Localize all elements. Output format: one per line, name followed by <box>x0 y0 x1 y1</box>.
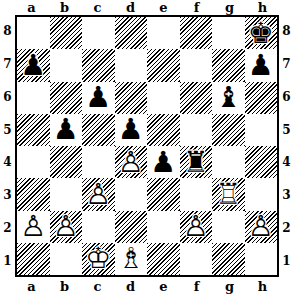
square-h1[interactable] <box>245 243 278 275</box>
square-b8[interactable] <box>50 17 83 49</box>
square-e4[interactable]: ♟♟ <box>147 146 180 178</box>
square-h3[interactable] <box>245 178 278 210</box>
file-label-h: h <box>246 0 279 15</box>
square-b6[interactable] <box>50 82 83 114</box>
square-h5[interactable] <box>245 114 278 146</box>
square-d3[interactable] <box>115 178 148 210</box>
square-e1[interactable] <box>147 243 180 275</box>
black-rook-glyph: ♜ <box>180 146 213 178</box>
file-label-b: b <box>48 0 81 15</box>
black-pawn[interactable]: ♟♟ <box>82 82 115 114</box>
square-d1[interactable]: ♝♗ <box>115 243 148 275</box>
square-a2[interactable]: ♟♙ <box>17 211 50 243</box>
square-e7[interactable] <box>147 49 180 81</box>
square-c6[interactable]: ♟♟ <box>82 82 115 114</box>
black-pawn-glyph: ♟ <box>82 82 115 114</box>
file-label-c: c <box>81 0 114 15</box>
rank-label-2: 2 <box>279 212 294 245</box>
square-c8[interactable] <box>82 17 115 49</box>
square-a5[interactable] <box>17 114 50 146</box>
white-pawn[interactable]: ♟♙ <box>180 211 213 243</box>
square-h4[interactable] <box>245 146 278 178</box>
square-g1[interactable] <box>212 243 245 275</box>
square-b7[interactable] <box>50 49 83 81</box>
file-label-g: g <box>213 277 246 295</box>
rank-labels-right: 87654321 <box>279 15 294 277</box>
chess-board: ♚♚♟♟♟♟♟♟♝♝♟♟♟♟♟♙♟♟♜♜♟♙♜♖♟♙♟♙♟♙♟♙♚♔♝♗ <box>15 15 279 277</box>
square-h6[interactable] <box>245 82 278 114</box>
square-g3[interactable]: ♜♖ <box>212 178 245 210</box>
rank-label-6: 6 <box>279 81 294 114</box>
square-f7[interactable] <box>180 49 213 81</box>
file-label-d: d <box>114 277 147 295</box>
black-bishop[interactable]: ♝♝ <box>212 82 245 114</box>
square-a8[interactable] <box>17 17 50 49</box>
square-b4[interactable] <box>50 146 83 178</box>
black-pawn-glyph: ♟ <box>115 114 148 146</box>
white-rook-glyph: ♖ <box>212 178 245 210</box>
black-pawn-glyph: ♟ <box>245 49 278 81</box>
rank-label-1: 1 <box>0 244 15 277</box>
square-c5[interactable] <box>82 114 115 146</box>
file-labels-top: abcdefgh <box>15 0 279 15</box>
black-pawn[interactable]: ♟♟ <box>17 49 50 81</box>
rank-label-7: 7 <box>0 48 15 81</box>
square-d6[interactable] <box>115 82 148 114</box>
white-pawn[interactable]: ♟♙ <box>17 211 50 243</box>
square-e6[interactable] <box>147 82 180 114</box>
black-rook[interactable]: ♜♜ <box>180 146 213 178</box>
white-pawn-glyph: ♙ <box>82 178 115 210</box>
square-f6[interactable] <box>180 82 213 114</box>
rank-label-3: 3 <box>279 179 294 212</box>
square-g5[interactable] <box>212 114 245 146</box>
square-d4[interactable]: ♟♙ <box>115 146 148 178</box>
rank-label-4: 4 <box>0 146 15 179</box>
black-pawn[interactable]: ♟♟ <box>50 114 83 146</box>
rank-label-2: 2 <box>0 212 15 245</box>
white-pawn[interactable]: ♟♙ <box>115 146 148 178</box>
square-b1[interactable] <box>50 243 83 275</box>
square-b2[interactable]: ♟♙ <box>50 211 83 243</box>
square-f4[interactable]: ♜♜ <box>180 146 213 178</box>
square-g2[interactable] <box>212 211 245 243</box>
file-label-b: b <box>48 277 81 295</box>
white-bishop[interactable]: ♝♗ <box>115 243 148 275</box>
white-pawn-glyph: ♙ <box>245 211 278 243</box>
rank-label-5: 5 <box>0 113 15 146</box>
black-pawn[interactable]: ♟♟ <box>147 146 180 178</box>
square-c4[interactable] <box>82 146 115 178</box>
square-d2[interactable] <box>115 211 148 243</box>
white-bishop-glyph: ♗ <box>115 243 148 275</box>
file-label-c: c <box>81 277 114 295</box>
white-rook[interactable]: ♜♖ <box>212 178 245 210</box>
black-bishop-glyph: ♝ <box>212 82 245 114</box>
file-label-f: f <box>180 277 213 295</box>
square-e5[interactable] <box>147 114 180 146</box>
square-b5[interactable]: ♟♟ <box>50 114 83 146</box>
rank-label-6: 6 <box>0 81 15 114</box>
square-f1[interactable] <box>180 243 213 275</box>
square-a4[interactable] <box>17 146 50 178</box>
square-e8[interactable] <box>147 17 180 49</box>
rank-label-8: 8 <box>0 15 15 48</box>
file-label-f: f <box>180 0 213 15</box>
square-b3[interactable] <box>50 178 83 210</box>
rank-label-1: 1 <box>279 244 294 277</box>
black-pawn[interactable]: ♟♟ <box>245 49 278 81</box>
black-pawn-glyph: ♟ <box>147 146 180 178</box>
square-g6[interactable]: ♝♝ <box>212 82 245 114</box>
white-king-glyph: ♔ <box>82 243 115 275</box>
square-e3[interactable] <box>147 178 180 210</box>
file-label-a: a <box>15 0 48 15</box>
black-pawn-glyph: ♟ <box>17 49 50 81</box>
square-f5[interactable] <box>180 114 213 146</box>
white-pawn-glyph: ♙ <box>115 146 148 178</box>
black-king-glyph: ♚ <box>245 17 278 49</box>
file-label-g: g <box>213 0 246 15</box>
rank-label-5: 5 <box>279 113 294 146</box>
square-h2[interactable]: ♟♙ <box>245 211 278 243</box>
square-d8[interactable] <box>115 17 148 49</box>
rank-label-3: 3 <box>0 179 15 212</box>
file-label-e: e <box>147 277 180 295</box>
square-g8[interactable] <box>212 17 245 49</box>
white-pawn[interactable]: ♟♙ <box>82 178 115 210</box>
square-f2[interactable]: ♟♙ <box>180 211 213 243</box>
rank-labels-left: 87654321 <box>0 15 15 277</box>
square-a1[interactable] <box>17 243 50 275</box>
square-a6[interactable] <box>17 82 50 114</box>
white-king[interactable]: ♚♔ <box>82 243 115 275</box>
square-f3[interactable] <box>180 178 213 210</box>
square-g4[interactable] <box>212 146 245 178</box>
file-label-h: h <box>246 277 279 295</box>
white-pawn-glyph: ♙ <box>50 211 83 243</box>
file-labels-bottom: abcdefgh <box>15 277 279 295</box>
white-pawn-glyph: ♙ <box>17 211 50 243</box>
square-c2[interactable] <box>82 211 115 243</box>
chess-diagram: abcdefgh 87654321 ♚♚♟♟♟♟♟♟♝♝♟♟♟♟♟♙♟♟♜♜♟♙… <box>0 0 294 295</box>
white-pawn[interactable]: ♟♙ <box>245 211 278 243</box>
white-pawn[interactable]: ♟♙ <box>50 211 83 243</box>
rank-label-8: 8 <box>279 15 294 48</box>
rank-label-4: 4 <box>279 146 294 179</box>
square-c1[interactable]: ♚♔ <box>82 243 115 275</box>
black-king[interactable]: ♚♚ <box>245 17 278 49</box>
square-d7[interactable] <box>115 49 148 81</box>
black-pawn-glyph: ♟ <box>50 114 83 146</box>
file-label-a: a <box>15 277 48 295</box>
square-d5[interactable]: ♟♟ <box>115 114 148 146</box>
square-c3[interactable]: ♟♙ <box>82 178 115 210</box>
square-a7[interactable]: ♟♟ <box>17 49 50 81</box>
black-pawn[interactable]: ♟♟ <box>115 114 148 146</box>
square-e2[interactable] <box>147 211 180 243</box>
rank-label-7: 7 <box>279 48 294 81</box>
square-h7[interactable]: ♟♟ <box>245 49 278 81</box>
square-g7[interactable] <box>212 49 245 81</box>
square-h8[interactable]: ♚♚ <box>245 17 278 49</box>
file-label-d: d <box>114 0 147 15</box>
square-a3[interactable] <box>17 178 50 210</box>
white-pawn-glyph: ♙ <box>180 211 213 243</box>
file-label-e: e <box>147 0 180 15</box>
square-c7[interactable] <box>82 49 115 81</box>
square-f8[interactable] <box>180 17 213 49</box>
